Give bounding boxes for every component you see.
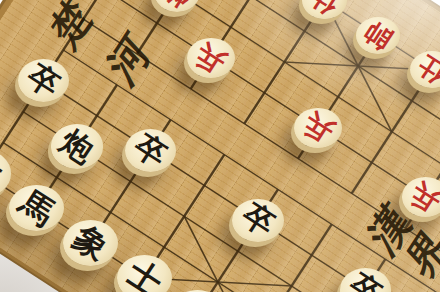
piece-character: 車 [0, 146, 9, 202]
piece-character: 兵 [80, 0, 126, 13]
piece-black-horse-left[interactable]: 馬 [9, 185, 64, 231]
river-character: 楚 [35, 0, 103, 57]
piece-red-soldier-3[interactable]: 兵 [187, 38, 235, 78]
piece-black-chariot-left[interactable]: 車 [0, 150, 11, 196]
piece-character: 卒 [234, 194, 283, 246]
piece-black-advisor-left[interactable]: 士 [117, 255, 172, 292]
piece-character: 仕 [411, 48, 440, 92]
piece-character: 炮 [52, 120, 101, 172]
piece-red-soldier-5[interactable]: 兵 [294, 108, 342, 148]
piece-red-cannon-left[interactable]: 炮 [154, 0, 201, 12]
piece-black-soldier-5[interactable]: 卒 [232, 199, 283, 242]
piece-character: 兵 [188, 33, 234, 82]
piece-character: 仕 [304, 0, 345, 22]
piece-black-soldier-1[interactable]: 卒 [18, 59, 69, 102]
piece-character: 將 [172, 285, 224, 292]
piece-character: 卒 [19, 55, 68, 107]
river-character: 河 [92, 30, 162, 96]
piece-black-soldier-3[interactable]: 卒 [125, 129, 176, 172]
photo-frame: 楚河漢界相仕帥仕相炮炮兵兵兵兵卒卒卒卒炮車馬象士將 [0, 0, 440, 292]
piece-character: 兵 [403, 173, 440, 221]
piece-red-general[interactable]: 帥 [356, 17, 400, 54]
piece-red-advisor-right[interactable]: 仕 [410, 51, 440, 88]
piece-character: 士 [118, 250, 170, 292]
piece-layer: 楚河漢界相仕帥仕相炮炮兵兵兵兵卒卒卒卒炮車馬象士將 [0, 0, 440, 292]
piece-red-advisor-left[interactable]: 仕 [302, 0, 346, 19]
piece-character: 卒 [341, 264, 390, 292]
piece-character: 兵 [295, 104, 340, 152]
piece-character: 炮 [155, 0, 199, 16]
piece-character: 帥 [358, 13, 399, 57]
piece-black-cannon-left[interactable]: 炮 [51, 124, 104, 168]
piece-red-soldier-7[interactable]: 兵 [402, 177, 440, 217]
piece-black-soldier-7[interactable]: 卒 [340, 268, 391, 292]
piece-red-soldier-1[interactable]: 兵 [79, 0, 127, 8]
piece-character: 象 [64, 215, 116, 271]
piece-black-elephant-left[interactable]: 象 [63, 220, 118, 266]
piece-character: 馬 [11, 180, 63, 236]
piece-character: 卒 [126, 125, 175, 177]
